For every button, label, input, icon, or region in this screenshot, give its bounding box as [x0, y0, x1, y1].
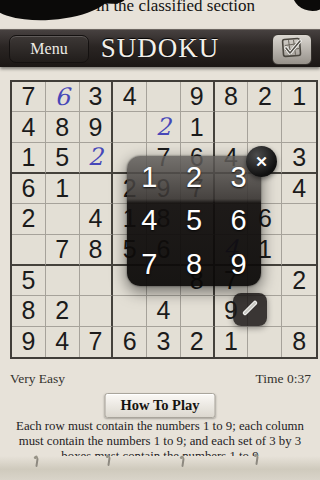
cell-r6c9[interactable]: [282, 235, 316, 266]
cell-r7c1[interactable]: 5: [12, 266, 46, 296]
cell-r6c3[interactable]: 8: [80, 235, 114, 266]
cell-r9c6[interactable]: 2: [181, 327, 215, 357]
cell-r5c2[interactable]: [46, 204, 80, 234]
picker-number-8[interactable]: 8: [172, 243, 217, 286]
cell-r1c9[interactable]: 1: [282, 82, 316, 112]
difficulty-label: Very Easy: [10, 371, 65, 387]
bottom-paper-band: [0, 456, 320, 480]
cell-r1c6[interactable]: 9: [181, 82, 215, 112]
cell-r8c9[interactable]: [282, 296, 316, 326]
picker-number-1[interactable]: 1: [127, 156, 172, 199]
app-screen: found in the classified section Menu SUD…: [0, 0, 320, 480]
cell-r1c3[interactable]: 3: [80, 82, 114, 112]
cell-r1c5[interactable]: [147, 82, 181, 112]
picker-number-5[interactable]: 5: [172, 199, 217, 242]
cell-r2c6[interactable]: 1: [181, 112, 215, 142]
cell-r1c1[interactable]: 7: [12, 82, 46, 112]
cell-r4c9[interactable]: 4: [282, 174, 316, 204]
cell-r4c1[interactable]: 6: [12, 174, 46, 204]
check-puzzle-button[interactable]: [272, 34, 312, 65]
cell-r7c9[interactable]: 2: [282, 266, 316, 296]
cell-r8c1[interactable]: 8: [12, 296, 46, 326]
grid-checkmark-icon: [280, 37, 304, 63]
cell-r2c9[interactable]: [282, 112, 316, 142]
pencil-icon: [239, 297, 261, 323]
cell-r9c4[interactable]: 6: [113, 327, 147, 357]
cell-r2c1[interactable]: 4: [12, 112, 46, 142]
cell-r6c1[interactable]: [12, 235, 46, 266]
how-to-play-button[interactable]: How To Play: [105, 393, 216, 418]
cell-r1c4[interactable]: 4: [113, 82, 147, 112]
cell-r2c5[interactable]: 2: [147, 112, 181, 142]
cell-r5c1[interactable]: 2: [12, 204, 46, 234]
timer-label: Time 0:37: [256, 371, 311, 387]
cell-r9c5[interactable]: 3: [147, 327, 181, 357]
number-picker-popup: 123456789: [127, 156, 261, 286]
cell-r1c7[interactable]: 8: [215, 82, 249, 112]
cell-r5c3[interactable]: 4: [80, 204, 114, 234]
cell-r5c9[interactable]: [282, 204, 316, 234]
cell-r3c9[interactable]: 3: [282, 143, 316, 174]
cell-r2c4[interactable]: [113, 112, 147, 142]
picker-number-4[interactable]: 4: [127, 199, 172, 242]
torn-paper-scrap-right: [292, 0, 320, 11]
picker-number-9[interactable]: 9: [216, 243, 261, 286]
picker-number-6[interactable]: 6: [216, 199, 261, 242]
cell-r9c2[interactable]: 4: [46, 327, 80, 357]
cell-r6c2[interactable]: 7: [46, 235, 80, 266]
cell-r8c5[interactable]: 4: [147, 296, 181, 326]
header-bar: Menu SUDOKU: [0, 29, 320, 67]
cell-r7c2[interactable]: [46, 266, 80, 296]
cell-r3c2[interactable]: 5: [46, 143, 80, 174]
cell-r9c9[interactable]: 8: [282, 327, 316, 357]
cell-r8c4[interactable]: [113, 296, 147, 326]
pencil-notes-button[interactable]: [233, 293, 267, 326]
picker-number-2[interactable]: 2: [172, 156, 217, 199]
cell-r9c7[interactable]: 1: [215, 327, 249, 357]
picker-number-7[interactable]: 7: [127, 243, 172, 286]
cell-r9c3[interactable]: 7: [80, 327, 114, 357]
cell-r2c3[interactable]: 9: [80, 112, 114, 142]
cell-r2c2[interactable]: 8: [46, 112, 80, 142]
close-icon[interactable]: ✕: [246, 146, 277, 177]
close-icon-glyph: ✕: [255, 153, 268, 171]
how-to-play-label: How To Play: [121, 397, 200, 413]
cell-r8c3[interactable]: [80, 296, 114, 326]
cell-r3c3[interactable]: 2: [80, 143, 114, 174]
cell-r1c8[interactable]: 2: [248, 82, 282, 112]
cell-r2c8[interactable]: [248, 112, 282, 142]
cell-r7c3[interactable]: [80, 266, 114, 296]
cell-r2c7[interactable]: [215, 112, 249, 142]
cell-r4c3[interactable]: [80, 174, 114, 204]
cell-r3c1[interactable]: 1: [12, 143, 46, 174]
cell-r8c2[interactable]: 2: [46, 296, 80, 326]
cell-r9c8[interactable]: [248, 327, 282, 357]
cell-r1c2[interactable]: 6: [46, 82, 80, 112]
cell-r8c6[interactable]: [181, 296, 215, 326]
cell-r4c2[interactable]: 1: [46, 174, 80, 204]
cell-r9c1[interactable]: 9: [12, 327, 46, 357]
